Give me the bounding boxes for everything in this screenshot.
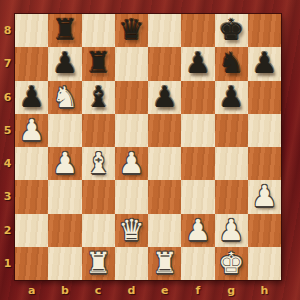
square-f6[interactable] xyxy=(181,81,214,114)
square-a4[interactable] xyxy=(15,147,48,180)
square-g5[interactable] xyxy=(215,114,248,147)
square-h2[interactable] xyxy=(248,214,281,247)
piece-black-pawn[interactable]: ♟ xyxy=(185,49,211,78)
piece-black-bishop[interactable]: ♝ xyxy=(85,83,111,112)
square-e1[interactable]: ♜ xyxy=(148,247,181,280)
square-e5[interactable] xyxy=(148,114,181,147)
square-b6[interactable]: ♞ xyxy=(48,81,81,114)
piece-black-rook[interactable]: ♜ xyxy=(52,16,78,45)
square-g4[interactable] xyxy=(215,147,248,180)
file-label-g: g xyxy=(215,280,248,300)
square-f8[interactable] xyxy=(181,14,214,47)
piece-black-pawn[interactable]: ♟ xyxy=(251,49,277,78)
rank-label-3: 3 xyxy=(0,180,15,213)
square-h6[interactable] xyxy=(248,81,281,114)
file-label-d: d xyxy=(115,280,148,300)
rank-label-8: 8 xyxy=(0,14,15,47)
square-g6[interactable]: ♟ xyxy=(215,81,248,114)
piece-black-king[interactable]: ♚ xyxy=(218,16,244,45)
square-b5[interactable] xyxy=(48,114,81,147)
square-c8[interactable] xyxy=(82,14,115,47)
piece-black-knight[interactable]: ♞ xyxy=(218,49,244,78)
square-c7[interactable]: ♜ xyxy=(82,47,115,80)
piece-black-pawn[interactable]: ♟ xyxy=(218,83,244,112)
square-h5[interactable] xyxy=(248,114,281,147)
square-b1[interactable] xyxy=(48,247,81,280)
square-g8[interactable]: ♚ xyxy=(215,14,248,47)
square-e6[interactable]: ♟ xyxy=(148,81,181,114)
board-frame: ♜♛♚♟♜♟♞♟♟♞♝♟♟♟♟♝♟♟♛♟♟♜♜♚ 87654321 abcdef… xyxy=(0,0,300,300)
piece-white-rook[interactable]: ♜ xyxy=(85,249,111,278)
square-f1[interactable] xyxy=(181,247,214,280)
square-h4[interactable] xyxy=(248,147,281,180)
square-g7[interactable]: ♞ xyxy=(215,47,248,80)
file-label-a: a xyxy=(15,280,48,300)
piece-white-king[interactable]: ♚ xyxy=(218,249,244,278)
piece-white-bishop[interactable]: ♝ xyxy=(85,149,111,178)
piece-black-pawn[interactable]: ♟ xyxy=(52,49,78,78)
square-d6[interactable] xyxy=(115,81,148,114)
square-f3[interactable] xyxy=(181,180,214,213)
square-f5[interactable] xyxy=(181,114,214,147)
chess-board: ♜♛♚♟♜♟♞♟♟♞♝♟♟♟♟♝♟♟♛♟♟♜♜♚ xyxy=(15,14,281,280)
square-d1[interactable] xyxy=(115,247,148,280)
piece-white-pawn[interactable]: ♟ xyxy=(19,116,45,145)
piece-white-pawn[interactable]: ♟ xyxy=(185,216,211,245)
piece-white-rook[interactable]: ♜ xyxy=(152,249,178,278)
square-b8[interactable]: ♜ xyxy=(48,14,81,47)
square-h7[interactable]: ♟ xyxy=(248,47,281,80)
piece-white-queen[interactable]: ♛ xyxy=(118,216,144,245)
square-c3[interactable] xyxy=(82,180,115,213)
square-d7[interactable] xyxy=(115,47,148,80)
square-c5[interactable] xyxy=(82,114,115,147)
piece-white-pawn[interactable]: ♟ xyxy=(52,149,78,178)
square-f7[interactable]: ♟ xyxy=(181,47,214,80)
rank-label-7: 7 xyxy=(0,47,15,80)
file-labels: abcdefgh xyxy=(15,280,281,300)
square-b3[interactable] xyxy=(48,180,81,213)
square-d8[interactable]: ♛ xyxy=(115,14,148,47)
piece-white-pawn[interactable]: ♟ xyxy=(118,149,144,178)
square-d2[interactable]: ♛ xyxy=(115,214,148,247)
rank-label-2: 2 xyxy=(0,214,15,247)
square-a6[interactable]: ♟ xyxy=(15,81,48,114)
square-e4[interactable] xyxy=(148,147,181,180)
file-label-b: b xyxy=(48,280,81,300)
square-d5[interactable] xyxy=(115,114,148,147)
file-label-e: e xyxy=(148,280,181,300)
square-a2[interactable] xyxy=(15,214,48,247)
piece-black-pawn[interactable]: ♟ xyxy=(152,83,178,112)
square-h1[interactable] xyxy=(248,247,281,280)
piece-black-pawn[interactable]: ♟ xyxy=(19,83,45,112)
rank-labels: 87654321 xyxy=(0,14,15,280)
square-e3[interactable] xyxy=(148,180,181,213)
square-h3[interactable]: ♟ xyxy=(248,180,281,213)
square-f2[interactable]: ♟ xyxy=(181,214,214,247)
rank-label-4: 4 xyxy=(0,147,15,180)
square-c2[interactable] xyxy=(82,214,115,247)
rank-label-6: 6 xyxy=(0,81,15,114)
piece-black-queen[interactable]: ♛ xyxy=(118,16,144,45)
square-a3[interactable] xyxy=(15,180,48,213)
square-a5[interactable]: ♟ xyxy=(15,114,48,147)
square-a7[interactable] xyxy=(15,47,48,80)
square-e8[interactable] xyxy=(148,14,181,47)
square-c1[interactable]: ♜ xyxy=(82,247,115,280)
file-label-f: f xyxy=(181,280,214,300)
piece-white-pawn[interactable]: ♟ xyxy=(251,182,277,211)
piece-black-rook[interactable]: ♜ xyxy=(85,49,111,78)
piece-white-pawn[interactable]: ♟ xyxy=(218,216,244,245)
square-b4[interactable]: ♟ xyxy=(48,147,81,180)
square-c6[interactable]: ♝ xyxy=(82,81,115,114)
square-b2[interactable] xyxy=(48,214,81,247)
square-e2[interactable] xyxy=(148,214,181,247)
square-a1[interactable] xyxy=(15,247,48,280)
square-e7[interactable] xyxy=(148,47,181,80)
square-g3[interactable] xyxy=(215,180,248,213)
file-label-h: h xyxy=(248,280,281,300)
rank-label-1: 1 xyxy=(0,247,15,280)
square-d4[interactable]: ♟ xyxy=(115,147,148,180)
square-c4[interactable]: ♝ xyxy=(82,147,115,180)
square-a8[interactable] xyxy=(15,14,48,47)
piece-white-knight[interactable]: ♞ xyxy=(52,83,78,112)
square-d3[interactable] xyxy=(115,180,148,213)
square-f4[interactable] xyxy=(181,147,214,180)
square-h8[interactable] xyxy=(248,14,281,47)
file-label-c: c xyxy=(82,280,115,300)
rank-label-5: 5 xyxy=(0,114,15,147)
square-g2[interactable]: ♟ xyxy=(215,214,248,247)
square-g1[interactable]: ♚ xyxy=(215,247,248,280)
square-b7[interactable]: ♟ xyxy=(48,47,81,80)
